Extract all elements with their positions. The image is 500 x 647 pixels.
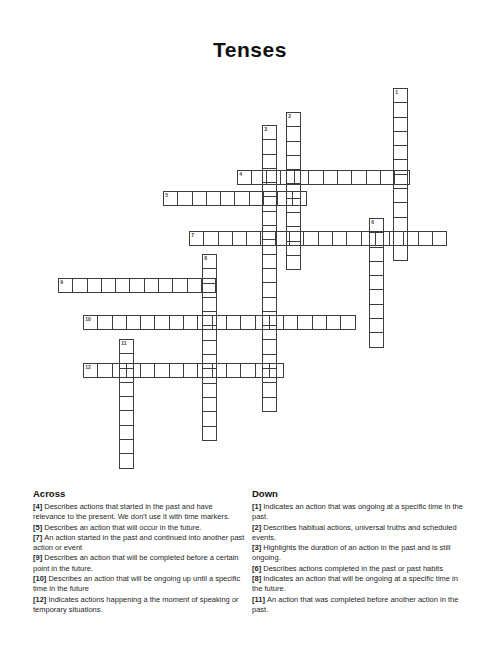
cell bbox=[262, 397, 277, 412]
cell bbox=[286, 141, 301, 156]
cell bbox=[389, 231, 404, 246]
cell bbox=[255, 315, 270, 330]
cell bbox=[226, 315, 241, 330]
cell bbox=[269, 315, 284, 330]
cell bbox=[202, 340, 217, 355]
cell bbox=[169, 363, 184, 378]
clue-number-label: 6 bbox=[371, 220, 374, 225]
cell bbox=[262, 339, 277, 354]
cell bbox=[97, 363, 112, 378]
cell bbox=[177, 191, 192, 206]
cell bbox=[220, 191, 235, 206]
clue-number: [11] bbox=[252, 595, 267, 604]
cell bbox=[292, 191, 307, 206]
clue-down-2: [2] Describes habitual actions, universa… bbox=[252, 523, 466, 544]
cell bbox=[332, 231, 347, 246]
cell bbox=[262, 154, 277, 169]
cell: 7 bbox=[189, 231, 204, 246]
clues-down-header: Down bbox=[252, 488, 466, 499]
cell bbox=[119, 453, 134, 468]
cell bbox=[375, 231, 390, 246]
cell bbox=[154, 363, 169, 378]
cell: 10 bbox=[83, 315, 98, 330]
clue-text: Describes an action that will be ongoing… bbox=[33, 574, 240, 593]
cell bbox=[262, 211, 277, 226]
cell bbox=[432, 231, 447, 246]
cell bbox=[286, 255, 301, 270]
cell bbox=[246, 231, 261, 246]
cell bbox=[266, 170, 281, 185]
clue-number: [7] bbox=[33, 533, 44, 542]
cell bbox=[112, 315, 127, 330]
cell bbox=[140, 315, 155, 330]
clues-down-section: Down [1] Indicates an action that was on… bbox=[252, 488, 466, 615]
cell bbox=[169, 315, 184, 330]
cell bbox=[158, 278, 173, 293]
cell bbox=[337, 170, 352, 185]
cell bbox=[197, 315, 212, 330]
cell bbox=[101, 278, 116, 293]
cell bbox=[87, 278, 102, 293]
clue-text: Indicates an action that will be ongoing… bbox=[252, 574, 458, 593]
clue-down-1: [1] Indicates an action that was ongoing… bbox=[252, 502, 466, 523]
cell bbox=[393, 145, 408, 160]
cell bbox=[212, 315, 227, 330]
clue-across-10: [10] Describes an action that will be on… bbox=[33, 574, 247, 595]
clue-number-label: 5 bbox=[165, 193, 168, 198]
cell bbox=[202, 426, 217, 441]
clue-down-6: [6] Describes actions completed in the p… bbox=[252, 564, 466, 574]
cell: 11 bbox=[119, 339, 134, 354]
cell bbox=[262, 282, 277, 297]
cell bbox=[218, 231, 233, 246]
clue-number: [10] bbox=[33, 574, 48, 583]
clue-number-label: 7 bbox=[191, 233, 194, 238]
clue-across-4: [4] Describes actions that started in th… bbox=[33, 502, 247, 523]
cell bbox=[289, 231, 304, 246]
clue-number: [1] bbox=[252, 502, 263, 511]
cell bbox=[269, 363, 284, 378]
cell bbox=[393, 131, 408, 146]
cell bbox=[262, 139, 277, 154]
cell bbox=[366, 170, 381, 185]
cell bbox=[312, 315, 327, 330]
clue-number-label: 11 bbox=[121, 341, 126, 346]
clue-text: Describes actions completed in the past … bbox=[263, 564, 443, 573]
cell bbox=[255, 363, 270, 378]
cell bbox=[226, 363, 241, 378]
clues-across-list: [4] Describes actions that started in th… bbox=[33, 502, 247, 615]
clues-across-section: Across [4] Describes actions that starte… bbox=[33, 488, 247, 615]
cell bbox=[294, 170, 309, 185]
cell bbox=[369, 289, 384, 304]
clue-text: Describes an action that will occur in t… bbox=[44, 523, 201, 532]
clue-across-9: [9] Describes an action that will be com… bbox=[33, 553, 247, 574]
cell bbox=[283, 315, 298, 330]
cell: 4 bbox=[237, 170, 252, 185]
clue-across-12: [12] Indicates actions happening a the m… bbox=[33, 595, 247, 616]
clue-text: Highlights the duration of an action in … bbox=[252, 543, 450, 562]
cell bbox=[340, 315, 355, 330]
cell bbox=[202, 383, 217, 398]
cell bbox=[326, 315, 341, 330]
cell bbox=[369, 275, 384, 290]
cell bbox=[262, 268, 277, 283]
cell bbox=[275, 231, 290, 246]
cell bbox=[262, 382, 277, 397]
clue-number-label: 12 bbox=[85, 365, 91, 370]
cell bbox=[369, 332, 384, 347]
clue-number-label: 10 bbox=[85, 317, 91, 322]
cell bbox=[361, 231, 376, 246]
clue-number: [12] bbox=[33, 595, 48, 604]
clue-text: Describes actions that started in the pa… bbox=[33, 502, 230, 521]
clue-number-label: 2 bbox=[288, 114, 291, 119]
clue-number-label: 8 bbox=[204, 256, 207, 261]
cell bbox=[119, 382, 134, 397]
cell bbox=[119, 439, 134, 454]
cell bbox=[351, 170, 366, 185]
cell: 8 bbox=[202, 254, 217, 269]
cell bbox=[286, 126, 301, 141]
cell: 12 bbox=[83, 363, 98, 378]
word-4-across: 4 bbox=[237, 170, 410, 185]
cell bbox=[393, 102, 408, 117]
word-5-across: 5 bbox=[163, 191, 307, 206]
cell bbox=[119, 410, 134, 425]
cell bbox=[203, 231, 218, 246]
cell bbox=[154, 315, 169, 330]
cell bbox=[286, 212, 301, 227]
cell bbox=[380, 170, 395, 185]
cell bbox=[183, 315, 198, 330]
clue-across-5: [5] Describes an action that will occur … bbox=[33, 523, 247, 533]
cell bbox=[234, 191, 249, 206]
cell bbox=[262, 254, 277, 269]
cell bbox=[260, 231, 275, 246]
clue-number-label: 3 bbox=[264, 127, 267, 132]
cell bbox=[393, 117, 408, 132]
cell bbox=[263, 191, 278, 206]
clue-number: [2] bbox=[252, 523, 263, 532]
clue-down-3: [3] Highlights the duration of an action… bbox=[252, 543, 466, 564]
word-11-down: 11 bbox=[119, 339, 134, 469]
clue-number: [6] bbox=[252, 564, 263, 573]
cell bbox=[403, 231, 418, 246]
cell bbox=[172, 278, 187, 293]
clue-text: Describes an action that will be complet… bbox=[33, 553, 239, 572]
clue-across-7: [7] An action started in the past and co… bbox=[33, 533, 247, 554]
clue-number: [3] bbox=[252, 543, 263, 552]
cell bbox=[249, 191, 264, 206]
cell: 9 bbox=[58, 278, 73, 293]
cell bbox=[369, 304, 384, 319]
cell bbox=[97, 315, 112, 330]
cell bbox=[394, 170, 409, 185]
cell bbox=[251, 170, 266, 185]
cell bbox=[119, 396, 134, 411]
cell bbox=[212, 363, 227, 378]
cell bbox=[201, 278, 216, 293]
cell bbox=[323, 170, 338, 185]
cell bbox=[183, 363, 198, 378]
cell bbox=[369, 261, 384, 276]
word-7-across: 7 bbox=[189, 231, 447, 246]
cell bbox=[126, 315, 141, 330]
cell bbox=[308, 170, 323, 185]
cell bbox=[303, 231, 318, 246]
clues-across-header: Across bbox=[33, 488, 247, 499]
cell bbox=[115, 278, 130, 293]
clue-number-label: 1 bbox=[395, 90, 398, 95]
cell bbox=[192, 191, 207, 206]
clue-number-label: 9 bbox=[60, 280, 63, 285]
clue-number: [8] bbox=[252, 574, 263, 583]
cell bbox=[262, 297, 277, 312]
cell bbox=[129, 278, 144, 293]
cell bbox=[202, 297, 217, 312]
clue-number: [9] bbox=[33, 553, 44, 562]
cell: 5 bbox=[163, 191, 178, 206]
crossword-grid: 123456789101112 bbox=[0, 0, 500, 500]
clues-down-list: [1] Indicates an action that was ongoing… bbox=[252, 502, 466, 615]
cell bbox=[393, 217, 408, 232]
cell bbox=[187, 278, 202, 293]
clue-text: Describes habitual actions, universal tr… bbox=[252, 523, 457, 542]
clue-text: An action started in the past and contin… bbox=[33, 533, 244, 552]
cell bbox=[318, 231, 333, 246]
cell bbox=[418, 231, 433, 246]
clue-down-8: [8] Indicates an action that will be ong… bbox=[252, 574, 466, 595]
cell bbox=[393, 245, 408, 260]
cell bbox=[202, 411, 217, 426]
cell bbox=[72, 278, 87, 293]
clue-number: [4] bbox=[33, 502, 44, 511]
cell bbox=[393, 202, 408, 217]
cell bbox=[393, 188, 408, 203]
clue-text: Indicates an action that was ongoing at … bbox=[252, 502, 463, 521]
cell bbox=[369, 318, 384, 333]
cell bbox=[119, 425, 134, 440]
cell: 3 bbox=[262, 125, 277, 140]
cell bbox=[240, 315, 255, 330]
clue-text: An action that was completed before anot… bbox=[252, 595, 458, 614]
cell bbox=[277, 191, 292, 206]
clue-text: Indicates actions happening a the moment… bbox=[33, 595, 239, 614]
clue-number: [5] bbox=[33, 523, 44, 532]
cell bbox=[206, 191, 221, 206]
cell bbox=[240, 363, 255, 378]
cell bbox=[232, 231, 247, 246]
cell: 2 bbox=[286, 112, 301, 127]
cell bbox=[280, 170, 295, 185]
cell bbox=[297, 315, 312, 330]
cell: 1 bbox=[393, 88, 408, 103]
word-9-across: 9 bbox=[58, 278, 216, 293]
cell bbox=[369, 247, 384, 262]
cell bbox=[112, 363, 127, 378]
word-12-across: 12 bbox=[83, 363, 284, 378]
cell bbox=[144, 278, 159, 293]
cell bbox=[202, 397, 217, 412]
clue-number-label: 4 bbox=[239, 172, 242, 177]
cell bbox=[126, 363, 141, 378]
cell bbox=[197, 363, 212, 378]
cell bbox=[140, 363, 155, 378]
word-10-across: 10 bbox=[83, 315, 356, 330]
cell bbox=[286, 155, 301, 170]
clue-down-11: [11] An action that was completed before… bbox=[252, 595, 466, 616]
crossword-page: Tenses 123456789101112 Across [4] Descri… bbox=[0, 0, 500, 647]
cell bbox=[346, 231, 361, 246]
